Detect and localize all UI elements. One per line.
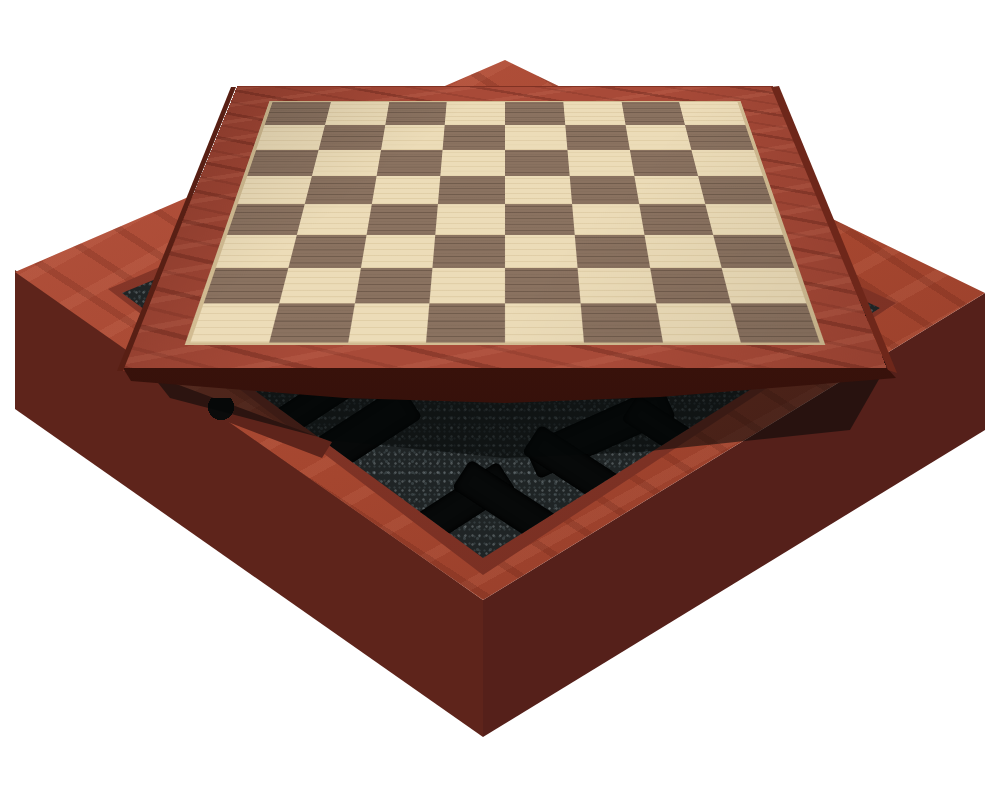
square-r4c8 bbox=[698, 176, 772, 204]
square-r4c4 bbox=[438, 176, 505, 204]
square-r2c4 bbox=[443, 125, 505, 150]
square-r1c3 bbox=[385, 102, 447, 125]
square-r5c2 bbox=[297, 204, 372, 235]
square-r5c4 bbox=[436, 204, 505, 235]
square-r5c6 bbox=[572, 204, 644, 235]
square-r2c7 bbox=[625, 125, 691, 150]
square-r8c7 bbox=[656, 304, 741, 343]
square-r7c2 bbox=[279, 268, 360, 304]
chess-board bbox=[122, 86, 887, 371]
square-r2c6 bbox=[565, 125, 629, 150]
product-photo-stage bbox=[0, 0, 1000, 800]
square-r3c4 bbox=[441, 150, 505, 176]
square-r1c2 bbox=[325, 102, 389, 125]
square-r7c3 bbox=[354, 268, 432, 304]
square-r7c4 bbox=[430, 268, 505, 304]
square-r8c6 bbox=[580, 304, 662, 343]
square-r6c5 bbox=[505, 235, 577, 268]
square-r5c1 bbox=[227, 204, 304, 235]
square-r5c3 bbox=[366, 204, 438, 235]
square-r4c5 bbox=[505, 176, 572, 204]
square-r1c7 bbox=[621, 102, 685, 125]
square-r2c3 bbox=[381, 125, 445, 150]
square-r3c6 bbox=[567, 150, 634, 176]
square-r6c8 bbox=[713, 235, 794, 268]
square-r8c3 bbox=[348, 304, 430, 343]
square-r7c5 bbox=[505, 268, 580, 304]
square-r1c5 bbox=[505, 102, 565, 125]
square-r5c8 bbox=[706, 204, 783, 235]
square-r7c1 bbox=[204, 268, 289, 304]
square-r4c7 bbox=[634, 176, 706, 204]
square-r7c6 bbox=[577, 268, 655, 304]
square-r3c3 bbox=[376, 150, 443, 176]
square-r5c5 bbox=[505, 204, 574, 235]
square-r3c2 bbox=[312, 150, 381, 176]
square-r4c3 bbox=[371, 176, 440, 204]
square-r8c4 bbox=[426, 304, 505, 343]
square-r1c6 bbox=[563, 102, 625, 125]
square-r6c2 bbox=[288, 235, 366, 268]
square-r2c2 bbox=[318, 125, 384, 150]
playing-area bbox=[185, 101, 826, 345]
square-r7c8 bbox=[722, 268, 807, 304]
square-r8c5 bbox=[505, 304, 584, 343]
square-r6c4 bbox=[433, 235, 505, 268]
square-r3c8 bbox=[692, 150, 763, 176]
board-frame bbox=[122, 86, 887, 371]
square-r1c8 bbox=[679, 102, 745, 125]
square-r6c6 bbox=[574, 235, 649, 268]
square-r8c8 bbox=[731, 304, 820, 343]
square-r8c1 bbox=[190, 304, 279, 343]
square-r1c1 bbox=[265, 102, 331, 125]
square-r2c1 bbox=[256, 125, 324, 150]
square-r6c1 bbox=[216, 235, 297, 268]
square-r3c1 bbox=[247, 150, 318, 176]
square-r4c6 bbox=[569, 176, 638, 204]
square-r6c7 bbox=[644, 235, 722, 268]
square-r5c7 bbox=[639, 204, 714, 235]
square-r3c5 bbox=[505, 150, 569, 176]
square-r2c5 bbox=[505, 125, 567, 150]
square-r7c7 bbox=[650, 268, 731, 304]
square-r4c1 bbox=[238, 176, 312, 204]
square-r4c2 bbox=[304, 176, 376, 204]
square-r1c4 bbox=[445, 102, 505, 125]
square-r3c7 bbox=[629, 150, 698, 176]
square-r8c2 bbox=[269, 304, 354, 343]
square-r6c3 bbox=[360, 235, 435, 268]
square-r2c8 bbox=[685, 125, 753, 150]
